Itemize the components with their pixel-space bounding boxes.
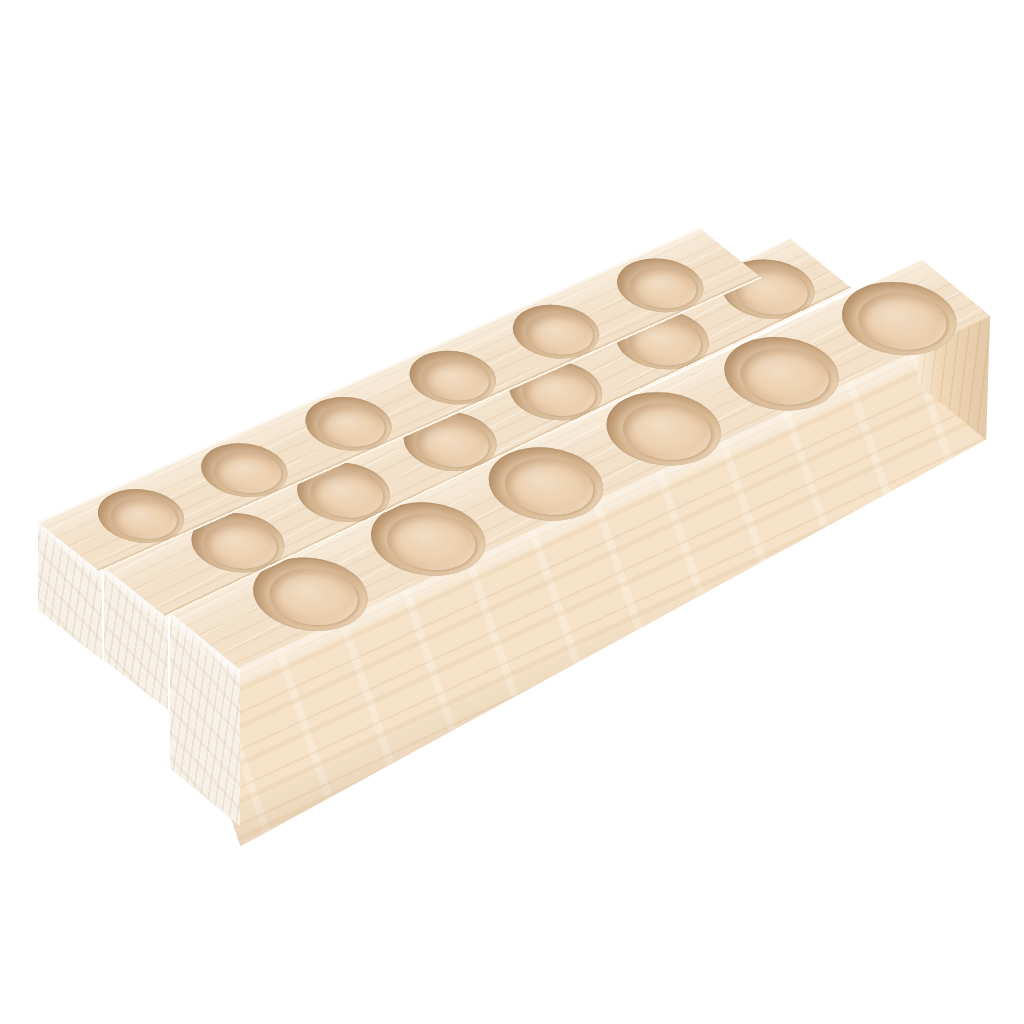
product-photo-scene (0, 0, 1024, 1024)
